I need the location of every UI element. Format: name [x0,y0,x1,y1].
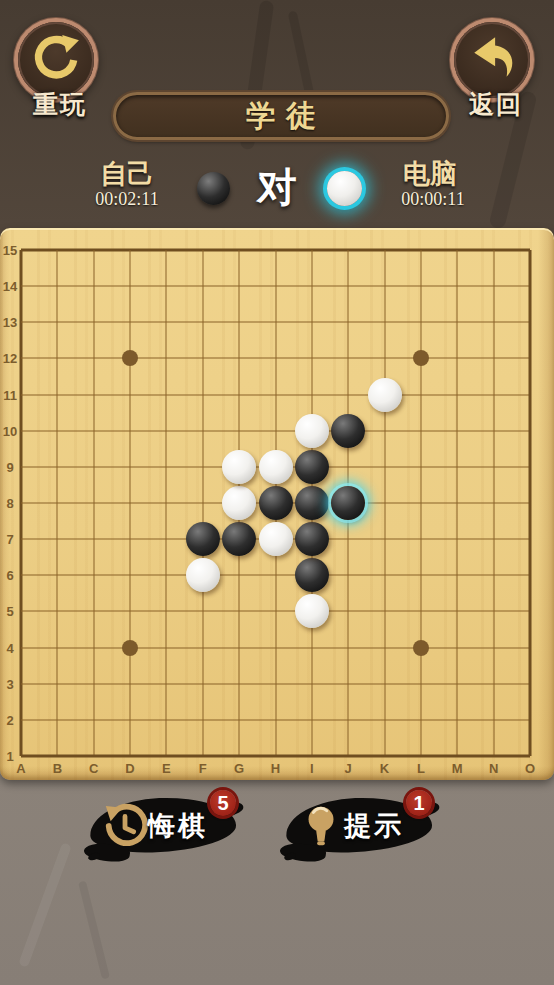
undo-count-badge: 5 [210,790,236,816]
coordinate-label-row: 7 [6,532,13,547]
replay-icon [31,33,81,83]
coordinate-label-col: C [89,761,98,776]
coordinate-label-col: L [417,761,425,776]
coordinate-label-col: H [271,761,280,776]
undo-history-icon [102,803,148,849]
stone-white [259,522,293,556]
grid-line [21,575,530,576]
coordinate-label-col: B [53,761,62,776]
player-self-name: 自己 [67,156,187,192]
replay-button-label: 重玩 [12,88,108,121]
coordinate-label-row: 5 [6,604,13,619]
stone-black [295,522,329,556]
coordinate-label-col: D [125,761,134,776]
undo-button[interactable]: 悔棋 5 [86,792,242,864]
star-point [122,350,138,366]
stone-white [295,594,329,628]
coordinate-label-row: 1 [6,749,13,764]
game-screen: 重玩 返回 学徒 自己 00:02:11 对 电脑 00:00:11 15141… [0,0,554,985]
replay-button[interactable]: 重玩 [12,20,108,120]
star-point [413,350,429,366]
coordinate-label-row: 3 [6,676,13,691]
coordinate-label-row: 6 [6,568,13,583]
grid-line [529,250,532,756]
difficulty-title: 学徒 [236,96,326,137]
grid-line [493,250,494,756]
stone-white [222,486,256,520]
stone-black [259,486,293,520]
star-point [413,640,429,656]
player-self-timer: 00:02:11 [57,189,197,210]
stone-white [186,558,220,592]
stone-black [331,414,365,448]
coordinate-label-row: 12 [3,351,17,366]
coordinate-label-row: 4 [6,640,13,655]
hint-count-badge: 1 [406,790,432,816]
stone-black [295,486,329,520]
grid-line [384,250,385,756]
coordinate-label-col: N [489,761,498,776]
player-ai-stone-white-active-turn [327,171,362,206]
coordinate-label-col: E [162,761,171,776]
coordinate-label-col: I [310,761,314,776]
hint-button[interactable]: 提示 1 [282,792,438,864]
coordinate-label-col: K [380,761,389,776]
back-button[interactable]: 返回 [448,20,544,120]
coordinate-label-row: 8 [6,496,13,511]
coordinate-label-col: M [452,761,463,776]
coordinate-label-row: 15 [3,243,17,258]
lightbulb-icon [298,803,344,849]
grid-line [21,719,530,720]
coordinate-label-col: O [525,761,535,776]
stone-white [222,450,256,484]
coordinate-label-row: 10 [3,423,17,438]
coordinate-label-col: A [16,761,25,776]
coordinate-label-row: 13 [3,315,17,330]
coordinate-label-row: 14 [3,279,17,294]
coordinate-label-col: F [199,761,207,776]
stone-black [295,558,329,592]
star-point [122,640,138,656]
grid-line [21,611,530,612]
coordinate-label-row: 2 [6,712,13,727]
stone-black-last-move [331,486,365,520]
coordinate-label-col: J [345,761,352,776]
player-self-stone-black [197,172,230,205]
difficulty-banner: 学徒 [113,92,449,140]
stone-black [295,450,329,484]
player-ai-name: 电脑 [370,156,490,192]
stone-white [295,414,329,448]
grid-line [420,250,421,756]
grid-line [21,683,530,684]
board-grid[interactable] [21,250,530,756]
grid-line [21,647,530,648]
stone-black [186,522,220,556]
grid-line [21,755,530,758]
gomoku-board[interactable]: 151413121110987654321ABCDEFGHIJKLMNO [0,228,554,780]
back-arrow-icon [467,33,517,83]
coordinate-label-row: 9 [6,459,13,474]
grid-line [457,250,458,756]
coordinate-label-row: 11 [3,387,17,402]
coordinate-label-col: G [234,761,244,776]
stone-white [259,450,293,484]
versus-label: 对 [247,160,307,215]
stone-white [368,378,402,412]
player-ai-timer: 00:00:11 [363,189,503,210]
stone-black [222,522,256,556]
back-button-label: 返回 [448,88,544,121]
